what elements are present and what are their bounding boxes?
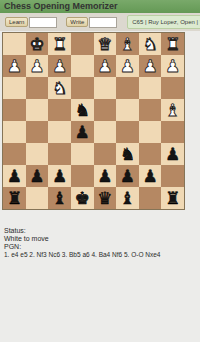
learn-group: Learn: [5, 17, 57, 28]
white-bishop-icon: ♝: [120, 33, 135, 55]
square-h1[interactable]: [3, 33, 26, 55]
square-b8[interactable]: [139, 187, 162, 209]
square-a7[interactable]: [161, 165, 184, 187]
white-bishop-icon: ♝: [165, 99, 180, 121]
square-h8[interactable]: ♜: [3, 187, 26, 209]
square-c2[interactable]: ♟: [116, 55, 139, 77]
square-g4[interactable]: [26, 99, 49, 121]
pgn-text: 1. e4 e5 2. Nf3 Nc6 3. Bb5 a6 4. Ba4 Nf6…: [4, 251, 200, 259]
opening-info-button[interactable]: C65 | Ruy Lopez, Open | ?: [127, 15, 200, 29]
black-pawn-icon: ♟: [97, 165, 112, 187]
square-g7[interactable]: ♟: [26, 165, 49, 187]
square-e6[interactable]: [71, 143, 94, 165]
square-b1[interactable]: ♞: [139, 33, 162, 55]
white-queen-icon: ♛: [97, 33, 112, 55]
black-king-icon: ♚: [75, 187, 90, 209]
black-pawn-icon: ♟: [52, 165, 67, 187]
square-a8[interactable]: ♜: [161, 187, 184, 209]
status-block: Status: White to move PGN: 1. e4 e5 2. N…: [4, 227, 200, 259]
black-rook-icon: ♜: [7, 187, 22, 209]
white-pawn-icon: ♟: [165, 55, 180, 77]
square-c8[interactable]: ♝: [116, 187, 139, 209]
square-e3[interactable]: [71, 77, 94, 99]
square-e7[interactable]: [71, 165, 94, 187]
square-a4[interactable]: ♝: [161, 99, 184, 121]
turn-status: White to move: [4, 235, 200, 243]
learn-button[interactable]: Learn: [5, 17, 28, 27]
square-f1[interactable]: ♜: [48, 33, 71, 55]
write-input[interactable]: [89, 17, 117, 28]
square-h3[interactable]: [3, 77, 26, 99]
square-b6[interactable]: [139, 143, 162, 165]
square-e1[interactable]: [71, 33, 94, 55]
black-bishop-icon: ♝: [52, 187, 67, 209]
square-g6[interactable]: [26, 143, 49, 165]
write-group: Write: [66, 17, 117, 28]
square-f4[interactable]: [48, 99, 71, 121]
pgn-label: PGN:: [4, 243, 200, 251]
square-h4[interactable]: [3, 99, 26, 121]
square-a2[interactable]: ♟: [161, 55, 184, 77]
square-d7[interactable]: ♟: [94, 165, 117, 187]
square-b4[interactable]: [139, 99, 162, 121]
square-e5[interactable]: ♟: [71, 121, 94, 143]
square-d3[interactable]: [94, 77, 117, 99]
square-f8[interactable]: ♝: [48, 187, 71, 209]
black-queen-icon: ♛: [97, 187, 112, 209]
square-h6[interactable]: [3, 143, 26, 165]
learn-input[interactable]: [29, 17, 57, 28]
white-rook-icon: ♜: [52, 33, 67, 55]
square-d5[interactable]: [94, 121, 117, 143]
square-f5[interactable]: [48, 121, 71, 143]
square-g3[interactable]: [26, 77, 49, 99]
black-pawn-icon: ♟: [120, 165, 135, 187]
square-g8[interactable]: [26, 187, 49, 209]
white-pawn-icon: ♟: [7, 55, 22, 77]
square-g1[interactable]: ♚: [26, 33, 49, 55]
square-b3[interactable]: [139, 77, 162, 99]
square-e4[interactable]: ♞: [71, 99, 94, 121]
black-bishop-icon: ♝: [120, 187, 135, 209]
square-a5[interactable]: [161, 121, 184, 143]
square-a1[interactable]: ♜: [161, 33, 184, 55]
square-f2[interactable]: ♟: [48, 55, 71, 77]
square-c1[interactable]: ♝: [116, 33, 139, 55]
square-d1[interactable]: ♛: [94, 33, 117, 55]
black-pawn-icon: ♟: [165, 143, 180, 165]
square-c6[interactable]: ♞: [116, 143, 139, 165]
status-label: Status:: [4, 227, 200, 235]
white-pawn-icon: ♟: [29, 55, 44, 77]
square-e8[interactable]: ♚: [71, 187, 94, 209]
square-c3[interactable]: [116, 77, 139, 99]
square-d6[interactable]: [94, 143, 117, 165]
title-bar: Chess Opening Memorizer: [0, 0, 200, 13]
square-b2[interactable]: ♟: [139, 55, 162, 77]
square-c5[interactable]: [116, 121, 139, 143]
square-b7[interactable]: ♟: [139, 165, 162, 187]
square-h2[interactable]: ♟: [3, 55, 26, 77]
square-h5[interactable]: [3, 121, 26, 143]
app-title: Chess Opening Memorizer: [4, 1, 118, 11]
square-e2[interactable]: [71, 55, 94, 77]
black-pawn-icon: ♟: [29, 165, 44, 187]
white-knight-icon: ♞: [52, 77, 67, 99]
chess-board[interactable]: ♚♜♛♝♞♜♟♟♟♟♟♟♟♞♞♝♟♞♟♟♟♟♟♟♟♜♝♚♛♝♜: [2, 32, 185, 210]
black-knight-icon: ♞: [75, 99, 90, 121]
black-rook-icon: ♜: [165, 187, 180, 209]
square-d4[interactable]: [94, 99, 117, 121]
white-knight-icon: ♞: [142, 33, 157, 55]
square-b5[interactable]: [139, 121, 162, 143]
white-pawn-icon: ♟: [52, 55, 67, 77]
square-g5[interactable]: [26, 121, 49, 143]
black-pawn-icon: ♟: [75, 121, 90, 143]
white-pawn-icon: ♟: [120, 55, 135, 77]
square-c7[interactable]: ♟: [116, 165, 139, 187]
black-knight-icon: ♞: [120, 143, 135, 165]
write-button[interactable]: Write: [66, 17, 88, 27]
square-d8[interactable]: ♛: [94, 187, 117, 209]
square-h7[interactable]: ♟: [3, 165, 26, 187]
square-f6[interactable]: [48, 143, 71, 165]
black-pawn-icon: ♟: [7, 165, 22, 187]
white-pawn-icon: ♟: [142, 55, 157, 77]
white-king-icon: ♚: [29, 33, 44, 55]
white-rook-icon: ♜: [165, 33, 180, 55]
square-g2[interactable]: ♟: [26, 55, 49, 77]
square-f3[interactable]: ♞: [48, 77, 71, 99]
square-a3[interactable]: [161, 77, 184, 99]
white-pawn-icon: ♟: [97, 55, 112, 77]
square-a6[interactable]: ♟: [161, 143, 184, 165]
toolbar: Learn Write C65 | Ruy Lopez, Open | ?: [0, 13, 200, 31]
square-f7[interactable]: ♟: [48, 165, 71, 187]
square-c4[interactable]: [116, 99, 139, 121]
square-d2[interactable]: ♟: [94, 55, 117, 77]
black-pawn-icon: ♟: [142, 165, 157, 187]
